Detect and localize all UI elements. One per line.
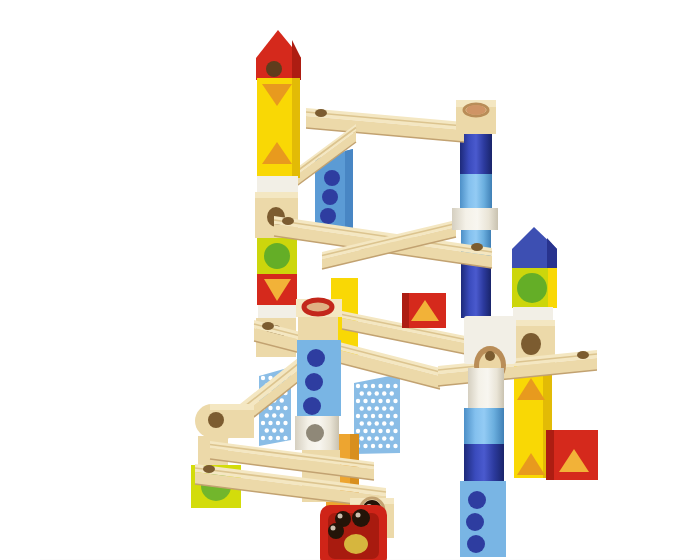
roof-blue-side (547, 238, 557, 270)
target-post-face (298, 317, 338, 340)
rl-navy-cyl (464, 444, 504, 482)
center-white-hole (306, 424, 324, 442)
tray-marble-2-highlight (356, 513, 361, 518)
rt-wood-hole (521, 333, 541, 355)
ramp-end-top (210, 404, 254, 410)
rl-lightblue-cyl (464, 408, 504, 444)
br-red-cube-side (546, 430, 554, 480)
blue-wedge-side (345, 149, 353, 229)
tray-marble-yellow (344, 534, 368, 554)
tray-marble-1-highlight (338, 514, 343, 519)
tray-marble-3 (328, 523, 344, 539)
column-white-connector (452, 208, 498, 230)
tower-yellow-side (292, 78, 300, 178)
roof-red-side (292, 40, 301, 80)
product-photo-marble-run (40, 16, 700, 560)
column-cyl-lightblue-1 (460, 174, 492, 208)
cube-hole (466, 105, 486, 115)
tower-green-circle (264, 243, 290, 269)
dotted-block-right (354, 374, 400, 454)
tower-wood-top (255, 192, 298, 198)
ramp-end-hole (208, 412, 224, 428)
rt-white-block (513, 307, 553, 321)
arch-hole (485, 351, 495, 361)
tray-marble-2 (352, 509, 370, 527)
rl-blue-dots (466, 491, 486, 553)
tray-marble-3-highlight (331, 526, 336, 531)
rail-top (306, 108, 464, 142)
roof-hole (266, 61, 282, 77)
rl-white-cyl (468, 368, 504, 408)
tower-white-block-2 (258, 305, 296, 318)
scene-svg (40, 16, 700, 560)
target-red-ring (304, 300, 332, 314)
rt-green-circle (517, 273, 547, 303)
column-cyl-navy-1 (460, 132, 492, 174)
rt-wood-top (511, 320, 555, 326)
rt-lime-side (548, 268, 557, 308)
tower-white-block (257, 176, 298, 192)
red-cube-center-side (402, 293, 409, 328)
